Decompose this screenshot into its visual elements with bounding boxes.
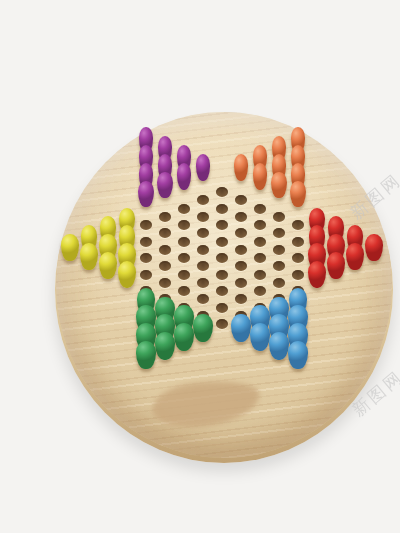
board-hole[interactable] <box>140 237 152 247</box>
board-hole[interactable] <box>178 204 190 214</box>
board-hole[interactable] <box>273 261 285 271</box>
board-hole[interactable] <box>178 270 190 280</box>
board-hole[interactable] <box>216 237 228 247</box>
peg-orange[interactable] <box>253 163 268 189</box>
peg-orange[interactable] <box>234 154 249 180</box>
peg-red[interactable] <box>365 234 382 261</box>
peg-purple[interactable] <box>157 172 172 199</box>
board-hole[interactable] <box>197 245 209 255</box>
board-hole[interactable] <box>235 195 247 205</box>
board-hole[interactable] <box>235 278 247 288</box>
board-hole[interactable] <box>178 220 190 230</box>
board-hole[interactable] <box>178 286 190 296</box>
board-hole[interactable] <box>273 245 285 255</box>
board-hole[interactable] <box>197 195 209 205</box>
board-hole[interactable] <box>292 253 304 263</box>
board-hole[interactable] <box>235 294 247 304</box>
board-hole[interactable] <box>273 228 285 238</box>
board-hole[interactable] <box>216 319 228 329</box>
board-hole[interactable] <box>159 228 171 238</box>
board-hole[interactable] <box>216 187 228 197</box>
peg-green[interactable] <box>193 314 213 342</box>
board-hole[interactable] <box>216 204 228 214</box>
peg-red[interactable] <box>327 252 345 279</box>
peg-blue[interactable] <box>288 341 309 369</box>
peg-yellow[interactable] <box>80 243 97 270</box>
board-hole[interactable] <box>273 278 285 288</box>
board-hole[interactable] <box>235 228 247 238</box>
board-hole[interactable] <box>254 204 266 214</box>
board-hole[interactable] <box>254 237 266 247</box>
board-hole[interactable] <box>140 253 152 263</box>
peg-red[interactable] <box>308 261 326 288</box>
board-hole[interactable] <box>216 253 228 263</box>
peg-yellow[interactable] <box>118 261 136 288</box>
board-hole[interactable] <box>254 286 266 296</box>
peg-orange[interactable] <box>290 181 305 208</box>
board-hole[interactable] <box>254 270 266 280</box>
board-hole[interactable] <box>216 303 228 313</box>
board-hole[interactable] <box>178 253 190 263</box>
board-hole[interactable] <box>159 261 171 271</box>
board-hole[interactable] <box>159 245 171 255</box>
board-hole[interactable] <box>159 212 171 222</box>
board-hole[interactable] <box>197 228 209 238</box>
board-hole[interactable] <box>292 220 304 230</box>
board-hole[interactable] <box>197 212 209 222</box>
peg-purple[interactable] <box>177 163 192 189</box>
peg-yellow[interactable] <box>99 252 117 279</box>
board-hole[interactable] <box>197 294 209 304</box>
board-hole[interactable] <box>140 270 152 280</box>
board-hole[interactable] <box>216 220 228 230</box>
board-hole[interactable] <box>254 253 266 263</box>
peg-orange[interactable] <box>271 172 286 199</box>
board-hole[interactable] <box>197 261 209 271</box>
peg-blue[interactable] <box>231 314 251 342</box>
board-hole[interactable] <box>235 212 247 222</box>
board-hole[interactable] <box>140 220 152 230</box>
peg-purple[interactable] <box>138 181 153 208</box>
peg-green[interactable] <box>174 323 194 351</box>
board-hole[interactable] <box>292 270 304 280</box>
product-photo-scene: 新图网 新图网 <box>0 0 400 533</box>
board-hole[interactable] <box>159 278 171 288</box>
peg-green[interactable] <box>155 332 175 360</box>
board-hole[interactable] <box>216 270 228 280</box>
board-hole[interactable] <box>292 237 304 247</box>
board-hole[interactable] <box>254 220 266 230</box>
peg-red[interactable] <box>346 243 363 270</box>
peg-green[interactable] <box>136 341 157 369</box>
peg-blue[interactable] <box>250 323 270 351</box>
board-hole[interactable] <box>273 212 285 222</box>
peg-purple[interactable] <box>196 154 211 180</box>
board-hole[interactable] <box>197 278 209 288</box>
board-hole[interactable] <box>216 286 228 296</box>
peg-blue[interactable] <box>269 332 289 360</box>
board-hole[interactable] <box>235 261 247 271</box>
board-hole[interactable] <box>235 245 247 255</box>
board-hole[interactable] <box>178 237 190 247</box>
peg-yellow[interactable] <box>61 234 78 261</box>
